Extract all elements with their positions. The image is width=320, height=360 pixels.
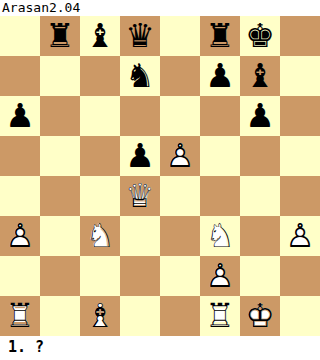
square-c1[interactable]: ♝♗ bbox=[80, 296, 120, 336]
square-c2[interactable] bbox=[80, 256, 120, 296]
square-c6[interactable] bbox=[80, 96, 120, 136]
square-a5[interactable] bbox=[0, 136, 40, 176]
piece-black-bishop[interactable]: ♝ bbox=[80, 16, 120, 56]
square-f1[interactable]: ♜♖ bbox=[200, 296, 240, 336]
square-g8[interactable]: ♚ bbox=[240, 16, 280, 56]
black-rook-fill: ♜ bbox=[200, 16, 240, 56]
square-f6[interactable] bbox=[200, 96, 240, 136]
piece-white-bishop[interactable]: ♝♗ bbox=[80, 296, 120, 336]
black-pawn-fill: ♟ bbox=[200, 56, 240, 96]
piece-white-rook[interactable]: ♜♖ bbox=[0, 296, 40, 336]
square-b4[interactable] bbox=[40, 176, 80, 216]
square-f5[interactable] bbox=[200, 136, 240, 176]
square-a1[interactable]: ♜♖ bbox=[0, 296, 40, 336]
square-e5[interactable]: ♟♙ bbox=[160, 136, 200, 176]
square-b8[interactable]: ♜ bbox=[40, 16, 80, 56]
piece-black-knight[interactable]: ♞ bbox=[120, 56, 160, 96]
piece-black-pawn[interactable]: ♟ bbox=[0, 96, 40, 136]
square-b1[interactable] bbox=[40, 296, 80, 336]
chess-app-window: Arasan2.04 ♜♝♛♜♚♞♟♝♟♟♟♟♙♛♕♟♙♞♘♞♘♟♙♟♙♜♖♝♗… bbox=[0, 0, 320, 360]
square-h6[interactable] bbox=[280, 96, 320, 136]
piece-black-queen[interactable]: ♛ bbox=[120, 16, 160, 56]
square-c7[interactable] bbox=[80, 56, 120, 96]
white-knight-outline: ♘ bbox=[80, 216, 120, 256]
black-bishop-fill: ♝ bbox=[240, 56, 280, 96]
chess-board: ♜♝♛♜♚♞♟♝♟♟♟♟♙♛♕♟♙♞♘♞♘♟♙♟♙♜♖♝♗♜♖♚♔ bbox=[0, 16, 320, 336]
square-d1[interactable] bbox=[120, 296, 160, 336]
square-h7[interactable] bbox=[280, 56, 320, 96]
square-g3[interactable] bbox=[240, 216, 280, 256]
square-g6[interactable]: ♟ bbox=[240, 96, 280, 136]
square-g5[interactable] bbox=[240, 136, 280, 176]
square-c3[interactable]: ♞♘ bbox=[80, 216, 120, 256]
piece-black-pawn[interactable]: ♟ bbox=[120, 136, 160, 176]
piece-white-king[interactable]: ♚♔ bbox=[240, 296, 280, 336]
black-knight-fill: ♞ bbox=[120, 56, 160, 96]
square-h3[interactable]: ♟♙ bbox=[280, 216, 320, 256]
black-rook-fill: ♜ bbox=[40, 16, 80, 56]
piece-white-pawn[interactable]: ♟♙ bbox=[0, 216, 40, 256]
square-d2[interactable] bbox=[120, 256, 160, 296]
square-g1[interactable]: ♚♔ bbox=[240, 296, 280, 336]
piece-black-bishop[interactable]: ♝ bbox=[240, 56, 280, 96]
square-b5[interactable] bbox=[40, 136, 80, 176]
piece-black-pawn[interactable]: ♟ bbox=[240, 96, 280, 136]
piece-black-rook[interactable]: ♜ bbox=[200, 16, 240, 56]
square-a8[interactable] bbox=[0, 16, 40, 56]
square-e2[interactable] bbox=[160, 256, 200, 296]
black-pawn-fill: ♟ bbox=[120, 136, 160, 176]
square-a3[interactable]: ♟♙ bbox=[0, 216, 40, 256]
piece-white-pawn[interactable]: ♟♙ bbox=[280, 216, 320, 256]
piece-black-pawn[interactable]: ♟ bbox=[200, 56, 240, 96]
piece-white-knight[interactable]: ♞♘ bbox=[80, 216, 120, 256]
square-c8[interactable]: ♝ bbox=[80, 16, 120, 56]
white-king-outline: ♔ bbox=[240, 296, 280, 336]
square-d3[interactable] bbox=[120, 216, 160, 256]
square-e6[interactable] bbox=[160, 96, 200, 136]
black-pawn-fill: ♟ bbox=[0, 96, 40, 136]
square-f7[interactable]: ♟ bbox=[200, 56, 240, 96]
square-b3[interactable] bbox=[40, 216, 80, 256]
black-pawn-fill: ♟ bbox=[240, 96, 280, 136]
white-pawn-outline: ♙ bbox=[200, 256, 240, 296]
square-d7[interactable]: ♞ bbox=[120, 56, 160, 96]
square-f4[interactable] bbox=[200, 176, 240, 216]
piece-white-knight[interactable]: ♞♘ bbox=[200, 216, 240, 256]
square-e4[interactable] bbox=[160, 176, 200, 216]
square-e7[interactable] bbox=[160, 56, 200, 96]
square-f8[interactable]: ♜ bbox=[200, 16, 240, 56]
square-e1[interactable] bbox=[160, 296, 200, 336]
square-h2[interactable] bbox=[280, 256, 320, 296]
square-d5[interactable]: ♟ bbox=[120, 136, 160, 176]
square-h5[interactable] bbox=[280, 136, 320, 176]
square-a2[interactable] bbox=[0, 256, 40, 296]
square-c4[interactable] bbox=[80, 176, 120, 216]
square-a7[interactable] bbox=[0, 56, 40, 96]
square-g2[interactable] bbox=[240, 256, 280, 296]
square-d8[interactable]: ♛ bbox=[120, 16, 160, 56]
white-bishop-outline: ♗ bbox=[80, 296, 120, 336]
white-pawn-outline: ♙ bbox=[0, 216, 40, 256]
move-prompt: 1. ? bbox=[0, 336, 320, 360]
square-h8[interactable] bbox=[280, 16, 320, 56]
square-f2[interactable]: ♟♙ bbox=[200, 256, 240, 296]
square-h4[interactable] bbox=[280, 176, 320, 216]
white-pawn-outline: ♙ bbox=[280, 216, 320, 256]
white-queen-outline: ♕ bbox=[120, 176, 160, 216]
square-b6[interactable] bbox=[40, 96, 80, 136]
white-knight-outline: ♘ bbox=[200, 216, 240, 256]
square-g7[interactable]: ♝ bbox=[240, 56, 280, 96]
piece-white-pawn[interactable]: ♟♙ bbox=[200, 256, 240, 296]
white-pawn-outline: ♙ bbox=[160, 136, 200, 176]
square-d4[interactable]: ♛♕ bbox=[120, 176, 160, 216]
engine-title: Arasan2.04 bbox=[0, 0, 320, 16]
square-e8[interactable] bbox=[160, 16, 200, 56]
piece-white-rook[interactable]: ♜♖ bbox=[200, 296, 240, 336]
square-f3[interactable]: ♞♘ bbox=[200, 216, 240, 256]
black-bishop-fill: ♝ bbox=[80, 16, 120, 56]
black-queen-fill: ♛ bbox=[120, 16, 160, 56]
square-g4[interactable] bbox=[240, 176, 280, 216]
square-a6[interactable]: ♟ bbox=[0, 96, 40, 136]
square-b7[interactable] bbox=[40, 56, 80, 96]
square-c5[interactable] bbox=[80, 136, 120, 176]
square-d6[interactable] bbox=[120, 96, 160, 136]
white-rook-outline: ♖ bbox=[0, 296, 40, 336]
white-rook-outline: ♖ bbox=[200, 296, 240, 336]
piece-white-pawn[interactable]: ♟♙ bbox=[160, 136, 200, 176]
square-h1[interactable] bbox=[280, 296, 320, 336]
piece-black-rook[interactable]: ♜ bbox=[40, 16, 80, 56]
square-a4[interactable] bbox=[0, 176, 40, 216]
square-e3[interactable] bbox=[160, 216, 200, 256]
piece-black-king[interactable]: ♚ bbox=[240, 16, 280, 56]
piece-white-queen[interactable]: ♛♕ bbox=[120, 176, 160, 216]
black-king-fill: ♚ bbox=[240, 16, 280, 56]
square-b2[interactable] bbox=[40, 256, 80, 296]
